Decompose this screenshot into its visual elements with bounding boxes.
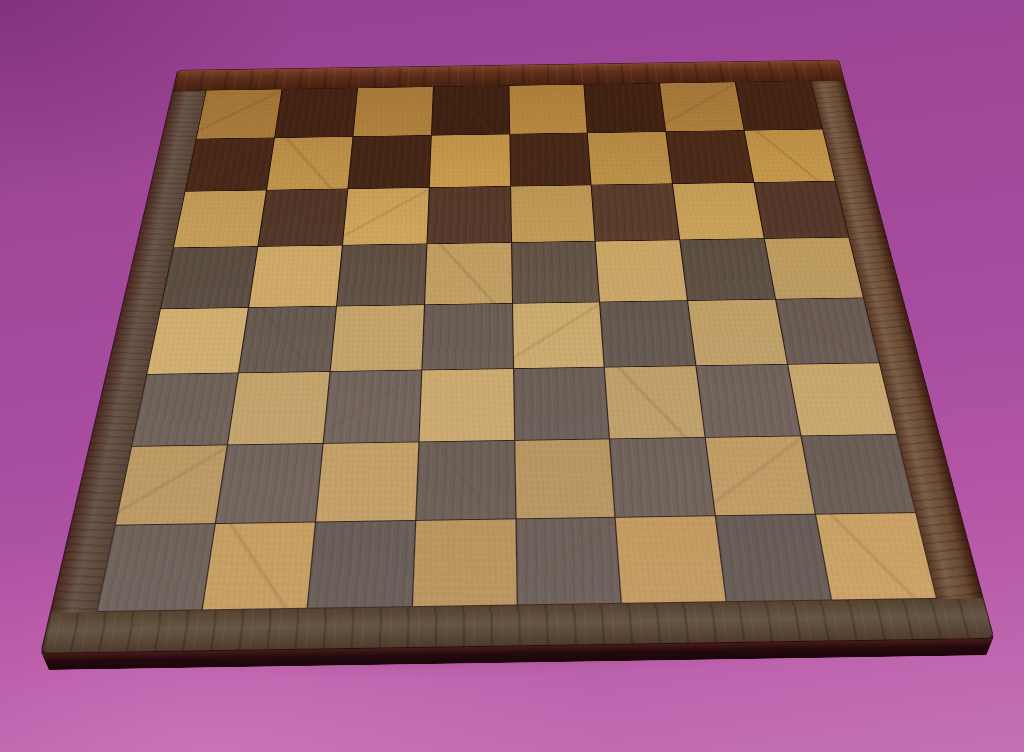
square-b5[interactable]	[249, 245, 342, 307]
square-f2[interactable]	[610, 438, 715, 517]
square-f6[interactable]	[592, 184, 679, 241]
square-a5[interactable]	[161, 247, 257, 309]
square-b6[interactable]	[258, 189, 347, 246]
square-h4[interactable]	[776, 298, 879, 364]
square-g4[interactable]	[688, 299, 787, 365]
square-c2[interactable]	[316, 443, 418, 522]
square-d1[interactable]	[412, 519, 516, 606]
square-e7[interactable]	[510, 133, 591, 186]
square-f1[interactable]	[616, 516, 726, 602]
square-h6[interactable]	[754, 181, 848, 238]
square-c4[interactable]	[330, 305, 423, 372]
square-c1[interactable]	[307, 521, 414, 608]
square-h3[interactable]	[788, 364, 896, 436]
square-h8[interactable]	[736, 81, 822, 130]
square-b4[interactable]	[239, 306, 336, 373]
square-e3[interactable]	[514, 368, 610, 440]
square-g6[interactable]	[673, 183, 764, 240]
square-a4[interactable]	[147, 308, 248, 375]
square-g1[interactable]	[716, 515, 831, 601]
square-d7[interactable]	[429, 134, 509, 187]
square-e2[interactable]	[515, 440, 615, 519]
square-b8[interactable]	[275, 88, 357, 137]
square-f4[interactable]	[600, 301, 695, 367]
square-g3[interactable]	[697, 365, 801, 437]
square-e1[interactable]	[516, 518, 621, 605]
square-a3[interactable]	[132, 374, 237, 447]
square-f8[interactable]	[585, 83, 666, 132]
square-d4[interactable]	[422, 303, 513, 370]
square-g5[interactable]	[680, 239, 775, 300]
square-h5[interactable]	[765, 237, 863, 298]
square-c8[interactable]	[353, 87, 432, 136]
board-top-surface	[41, 60, 993, 653]
square-b7[interactable]	[267, 137, 352, 190]
square-b1[interactable]	[203, 523, 315, 610]
square-h1[interactable]	[816, 513, 936, 599]
square-c7[interactable]	[348, 136, 430, 189]
square-d2[interactable]	[416, 441, 515, 520]
square-a7[interactable]	[186, 138, 274, 191]
square-e6[interactable]	[511, 185, 595, 242]
chessboard	[41, 60, 993, 653]
square-b2[interactable]	[216, 444, 322, 523]
square-e4[interactable]	[513, 302, 605, 368]
square-f3[interactable]	[605, 366, 705, 438]
square-g7[interactable]	[666, 131, 753, 184]
scene-background	[0, 0, 1024, 752]
square-b3[interactable]	[228, 372, 329, 445]
square-e5[interactable]	[512, 241, 600, 302]
square-d5[interactable]	[425, 243, 512, 304]
frame-rail-right	[811, 78, 984, 603]
square-c6[interactable]	[343, 188, 429, 245]
square-h7[interactable]	[745, 129, 835, 182]
board-squares	[96, 81, 937, 613]
square-d8[interactable]	[431, 86, 508, 135]
square-f5[interactable]	[596, 240, 687, 301]
square-a8[interactable]	[197, 89, 282, 138]
square-g8[interactable]	[660, 82, 744, 131]
square-e8[interactable]	[509, 85, 587, 134]
frame-rail-left	[50, 88, 207, 617]
square-a6[interactable]	[174, 190, 266, 247]
square-d3[interactable]	[419, 369, 514, 441]
square-f7[interactable]	[588, 132, 672, 185]
square-h2[interactable]	[802, 435, 915, 514]
square-c3[interactable]	[323, 371, 420, 443]
square-a1[interactable]	[98, 524, 215, 611]
square-a2[interactable]	[116, 446, 227, 525]
square-c5[interactable]	[337, 244, 426, 305]
square-d6[interactable]	[427, 186, 510, 243]
square-g2[interactable]	[706, 437, 815, 516]
